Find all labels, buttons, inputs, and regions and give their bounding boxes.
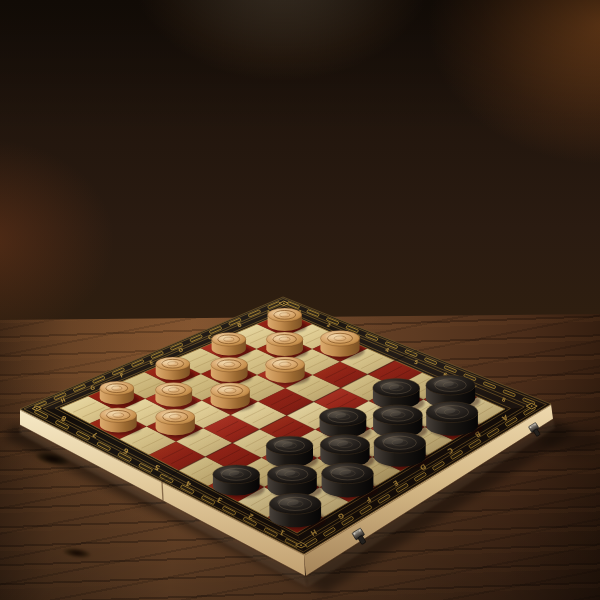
light-checker-a6 bbox=[320, 330, 364, 358]
light-checker-b7 bbox=[266, 332, 307, 359]
dark-checker-h1 bbox=[269, 494, 326, 530]
light-checker-f7 bbox=[155, 383, 196, 410]
dark-checker-d1 bbox=[374, 432, 431, 468]
light-checker-h7 bbox=[100, 408, 142, 435]
checkers-board: HGFEDCBA12345678ABCDEFGH12345678 bbox=[0, 0, 600, 600]
light-checker-d7 bbox=[211, 357, 253, 384]
product-photo-scene: HGFEDCBA12345678ABCDEFGH12345678 bbox=[0, 0, 600, 600]
dark-checker-f1 bbox=[322, 463, 379, 499]
dark-checker-b1 bbox=[426, 402, 483, 438]
light-checker-e6 bbox=[211, 383, 255, 411]
light-checker-g6 bbox=[156, 409, 200, 437]
dark-checker-h3 bbox=[213, 465, 265, 498]
light-checker-c6 bbox=[265, 357, 309, 385]
